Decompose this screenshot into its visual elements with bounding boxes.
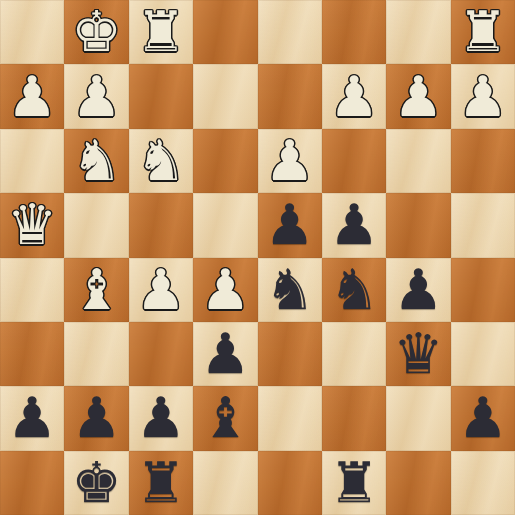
black-pawn-piece-icon: ♟ — [71, 386, 121, 450]
square-h4[interactable]: ♛ — [0, 193, 64, 257]
square-d5[interactable]: ♞ — [258, 258, 322, 322]
black-rook-piece-icon: ♜ — [136, 451, 186, 515]
square-c4[interactable]: ♟ — [322, 193, 386, 257]
square-c3[interactable] — [322, 129, 386, 193]
square-a4[interactable] — [451, 193, 515, 257]
square-e1[interactable] — [193, 0, 257, 64]
white-bishop-piece-icon: ♝ — [71, 258, 121, 322]
square-c1[interactable] — [322, 0, 386, 64]
square-f6[interactable] — [129, 322, 193, 386]
chess-board: ♚♜♜♟♟♟♟♟♞♞♟♛♟♟♝♟♟♞♞♟♟♛♟♟♟♝♟♚♜♜ — [0, 0, 515, 515]
square-h3[interactable] — [0, 129, 64, 193]
white-pawn-piece-icon: ♟ — [71, 65, 121, 129]
square-g3[interactable]: ♞ — [64, 129, 128, 193]
square-h2[interactable]: ♟ — [0, 64, 64, 128]
square-c6[interactable] — [322, 322, 386, 386]
white-pawn-piece-icon: ♟ — [265, 129, 315, 193]
black-knight-piece-icon: ♞ — [265, 258, 315, 322]
white-pawn-piece-icon: ♟ — [393, 65, 443, 129]
square-f2[interactable] — [129, 64, 193, 128]
square-d1[interactable] — [258, 0, 322, 64]
square-a8[interactable] — [451, 451, 515, 515]
square-b5[interactable]: ♟ — [386, 258, 450, 322]
white-knight-piece-icon: ♞ — [136, 129, 186, 193]
square-e4[interactable] — [193, 193, 257, 257]
square-d2[interactable] — [258, 64, 322, 128]
black-pawn-piece-icon: ♟ — [329, 193, 379, 257]
square-d3[interactable]: ♟ — [258, 129, 322, 193]
square-b6[interactable]: ♛ — [386, 322, 450, 386]
white-rook-piece-icon: ♜ — [136, 0, 186, 64]
square-c7[interactable] — [322, 386, 386, 450]
square-h6[interactable] — [0, 322, 64, 386]
square-b4[interactable] — [386, 193, 450, 257]
square-f5[interactable]: ♟ — [129, 258, 193, 322]
white-queen-piece-icon: ♛ — [7, 193, 57, 257]
square-h1[interactable] — [0, 0, 64, 64]
black-pawn-piece-icon: ♟ — [265, 193, 315, 257]
square-g8[interactable]: ♚ — [64, 451, 128, 515]
square-h8[interactable] — [0, 451, 64, 515]
black-pawn-piece-icon: ♟ — [200, 322, 250, 386]
square-f8[interactable]: ♜ — [129, 451, 193, 515]
square-e3[interactable] — [193, 129, 257, 193]
square-a1[interactable]: ♜ — [451, 0, 515, 64]
square-g7[interactable]: ♟ — [64, 386, 128, 450]
square-e6[interactable]: ♟ — [193, 322, 257, 386]
square-e8[interactable] — [193, 451, 257, 515]
white-pawn-piece-icon: ♟ — [329, 65, 379, 129]
square-e7[interactable]: ♝ — [193, 386, 257, 450]
square-g4[interactable] — [64, 193, 128, 257]
black-king-piece-icon: ♚ — [71, 451, 121, 515]
white-pawn-piece-icon: ♟ — [136, 258, 186, 322]
square-f7[interactable]: ♟ — [129, 386, 193, 450]
square-c5[interactable]: ♞ — [322, 258, 386, 322]
square-e2[interactable] — [193, 64, 257, 128]
black-pawn-piece-icon: ♟ — [393, 258, 443, 322]
square-d7[interactable] — [258, 386, 322, 450]
square-g2[interactable]: ♟ — [64, 64, 128, 128]
square-h5[interactable] — [0, 258, 64, 322]
square-d6[interactable] — [258, 322, 322, 386]
square-g6[interactable] — [64, 322, 128, 386]
square-b8[interactable] — [386, 451, 450, 515]
square-a5[interactable] — [451, 258, 515, 322]
white-rook-piece-icon: ♜ — [458, 0, 508, 64]
square-d4[interactable]: ♟ — [258, 193, 322, 257]
square-b7[interactable] — [386, 386, 450, 450]
square-a6[interactable] — [451, 322, 515, 386]
white-king-piece-icon: ♚ — [71, 0, 121, 64]
square-f1[interactable]: ♜ — [129, 0, 193, 64]
square-a3[interactable] — [451, 129, 515, 193]
square-a7[interactable]: ♟ — [451, 386, 515, 450]
black-rook-piece-icon: ♜ — [329, 451, 379, 515]
black-queen-piece-icon: ♛ — [393, 322, 443, 386]
square-g1[interactable]: ♚ — [64, 0, 128, 64]
white-pawn-piece-icon: ♟ — [458, 65, 508, 129]
square-c8[interactable]: ♜ — [322, 451, 386, 515]
square-g5[interactable]: ♝ — [64, 258, 128, 322]
black-pawn-piece-icon: ♟ — [136, 386, 186, 450]
white-knight-piece-icon: ♞ — [71, 129, 121, 193]
white-pawn-piece-icon: ♟ — [200, 258, 250, 322]
square-f4[interactable] — [129, 193, 193, 257]
white-pawn-piece-icon: ♟ — [7, 65, 57, 129]
square-a2[interactable]: ♟ — [451, 64, 515, 128]
square-b3[interactable] — [386, 129, 450, 193]
black-knight-piece-icon: ♞ — [329, 258, 379, 322]
square-b1[interactable] — [386, 0, 450, 64]
black-pawn-piece-icon: ♟ — [7, 386, 57, 450]
square-e5[interactable]: ♟ — [193, 258, 257, 322]
square-b2[interactable]: ♟ — [386, 64, 450, 128]
black-pawn-piece-icon: ♟ — [458, 386, 508, 450]
square-h7[interactable]: ♟ — [0, 386, 64, 450]
square-f3[interactable]: ♞ — [129, 129, 193, 193]
square-d8[interactable] — [258, 451, 322, 515]
black-bishop-piece-icon: ♝ — [200, 386, 250, 450]
square-c2[interactable]: ♟ — [322, 64, 386, 128]
